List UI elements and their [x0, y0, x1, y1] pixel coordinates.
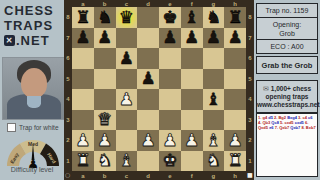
square-c5[interactable]: [116, 69, 138, 90]
square-a6[interactable]: [72, 48, 94, 69]
square-f6[interactable]: [181, 48, 203, 69]
square-e1[interactable]: ♚: [159, 151, 181, 172]
coord-label: d: [137, 171, 159, 180]
white-piece: ♝: [119, 152, 134, 169]
trap-for-white-label: Trap for white: [19, 124, 59, 131]
video-frame: CHESS TRAPS ✕ .NET Trap for white Easy M…: [0, 0, 320, 180]
square-a3[interactable]: [72, 110, 94, 131]
square-h7[interactable]: ♟: [224, 28, 246, 49]
black-piece: ♟: [184, 29, 199, 46]
black-piece: ♞: [97, 9, 112, 26]
square-b7[interactable]: ♟: [94, 28, 116, 49]
square-g1[interactable]: ♞: [203, 151, 225, 172]
coord-label: h: [224, 0, 246, 7]
square-d4[interactable]: [137, 89, 159, 110]
square-b5[interactable]: [94, 69, 116, 90]
trap-for-white-option[interactable]: Trap for white: [7, 123, 59, 132]
file-labels-top: abcdefgh: [72, 0, 246, 7]
white-piece: ♚: [162, 152, 177, 169]
coord-label: d: [137, 0, 159, 7]
trap-number-box: Trap no. 1159: [256, 3, 318, 18]
square-a1[interactable]: ♜: [72, 151, 94, 172]
square-f2[interactable]: ♟: [181, 130, 203, 151]
coord-label: 8: [64, 7, 72, 28]
white-piece: ♟: [184, 132, 199, 149]
coord-label: 6: [246, 48, 254, 69]
square-f8[interactable]: ♝: [181, 7, 203, 28]
promo-line-1: 1,000+ chess: [271, 85, 311, 93]
black-piece: ♚: [162, 9, 177, 26]
square-h1[interactable]: ♜: [224, 151, 246, 172]
square-d8[interactable]: [137, 7, 159, 28]
black-piece: ♜: [228, 9, 243, 26]
square-d2[interactable]: ♟: [137, 130, 159, 151]
coord-label: e: [159, 171, 181, 180]
promo-line-2: opening traps: [257, 93, 317, 101]
white-piece: ♞: [206, 152, 221, 169]
square-g3[interactable]: [203, 110, 225, 131]
coord-label: c: [116, 171, 138, 180]
coord-label: 5: [64, 69, 72, 90]
square-a8[interactable]: ♜: [72, 7, 94, 28]
coord-label: h: [224, 171, 246, 180]
white-piece: ♟: [141, 132, 156, 149]
coord-label: g: [203, 171, 225, 180]
square-f3[interactable]: [181, 110, 203, 131]
coord-label: 2: [246, 130, 254, 151]
square-h2[interactable]: ♟: [224, 130, 246, 151]
coord-label: e: [159, 0, 181, 7]
coord-label: f: [181, 171, 203, 180]
square-d3[interactable]: [137, 110, 159, 131]
black-piece: ♟: [119, 50, 134, 67]
promo-box: ✉ 1,000+ chess opening traps www.chesstr…: [256, 80, 318, 113]
coord-label: 1: [64, 151, 72, 172]
white-piece: ♟: [75, 132, 90, 149]
square-b4[interactable]: [94, 89, 116, 110]
eco-code: ECO : A00: [257, 43, 317, 50]
file-labels-bottom: abcdefgh: [72, 171, 246, 180]
black-piece: ♟: [141, 70, 156, 87]
black-piece: ♝: [206, 91, 221, 108]
square-g2[interactable]: ♝: [203, 130, 225, 151]
presenter-face: [21, 68, 47, 98]
square-e4[interactable]: [159, 89, 181, 110]
square-h4[interactable]: [224, 89, 246, 110]
square-d5[interactable]: ♟: [137, 69, 159, 90]
white-piece: ♟: [228, 132, 243, 149]
square-c8[interactable]: ♛: [116, 7, 138, 28]
black-piece: ♛: [119, 9, 134, 26]
coord-label: 5: [246, 69, 254, 90]
presenter-photo: [2, 57, 65, 120]
black-piece: ♟: [75, 29, 90, 46]
trap-number: Trap no. 1159: [257, 7, 317, 14]
move-list-box[interactable]: 1. g4 d5 2. Bg2 Bxg4 3. c4 c6 4. Qb3 Qc8…: [256, 113, 318, 177]
square-e3[interactable]: [159, 110, 181, 131]
square-c4[interactable]: ♟: [116, 89, 138, 110]
square-a7[interactable]: ♟: [72, 28, 94, 49]
square-c1[interactable]: ♝: [116, 151, 138, 172]
presenter-collar: [27, 96, 41, 108]
coord-label: 4: [246, 89, 254, 110]
rank-labels-right: 87654321: [246, 7, 254, 171]
crossed-square-icon: ✕: [4, 35, 15, 46]
trap-title-box: Grab the Grob: [256, 56, 318, 74]
square-b6[interactable]: [94, 48, 116, 69]
white-piece: ♟: [162, 132, 177, 149]
square-c7[interactable]: [116, 28, 138, 49]
coord-label: a: [72, 171, 94, 180]
coord-label: a: [72, 0, 94, 7]
coord-label: c: [116, 0, 138, 7]
white-piece: ♜: [228, 152, 243, 169]
move-list: 1. g4 d5 2. Bg2 Bxg4 3. c4 c6 4. Qb3 Qc8…: [258, 115, 316, 130]
black-piece: ♞: [206, 9, 221, 26]
board-corner-circle-mark: ○: [65, 172, 70, 178]
white-piece: ♟: [97, 132, 112, 149]
difficulty-gauge: Easy Med Hard ♟: [3, 136, 63, 168]
coord-label: 8: [246, 7, 254, 28]
coord-label: b: [94, 171, 116, 180]
coord-label: 4: [64, 89, 72, 110]
opening-box: Opening: Grob: [256, 17, 318, 40]
square-g8[interactable]: ♞: [203, 7, 225, 28]
sidebar: CHESS TRAPS ✕ .NET Trap for white Easy M…: [0, 0, 64, 180]
white-piece: ♞: [97, 152, 112, 169]
eco-box: ECO : A00: [256, 39, 318, 54]
square-b1[interactable]: ♞: [94, 151, 116, 172]
coord-label: 6: [64, 48, 72, 69]
square-h3[interactable]: [224, 110, 246, 131]
square-c2[interactable]: [116, 130, 138, 151]
square-f7[interactable]: ♟: [181, 28, 203, 49]
square-d1[interactable]: [137, 151, 159, 172]
opening-label: Opening:: [257, 20, 317, 29]
black-piece: ♟: [206, 29, 221, 46]
site-logo: CHESS TRAPS ✕ .NET: [4, 3, 62, 48]
square-h6[interactable]: [224, 48, 246, 69]
black-piece: ♜: [75, 9, 90, 26]
coord-label: 7: [246, 28, 254, 49]
opening-name: Grob: [257, 29, 317, 38]
board-corner-square-mark: ■: [247, 172, 253, 178]
square-e6[interactable]: [159, 48, 181, 69]
square-d6[interactable]: [137, 48, 159, 69]
logo-line-3: .NET: [16, 33, 50, 48]
coord-label: 3: [246, 110, 254, 131]
promo-url: www.chesstraps.net: [257, 101, 317, 109]
coord-label: 7: [64, 28, 72, 49]
square-e5[interactable]: [159, 69, 181, 90]
square-b2[interactable]: ♟: [94, 130, 116, 151]
rank-labels-left: 87654321: [64, 7, 72, 171]
white-piece: ♛: [97, 111, 112, 128]
coord-label: f: [181, 0, 203, 7]
square-e7[interactable]: ♟: [159, 28, 181, 49]
black-piece: ♟: [97, 29, 112, 46]
square-c6[interactable]: ♟: [116, 48, 138, 69]
coord-label: 3: [64, 110, 72, 131]
envelope-icon: ✉: [263, 85, 269, 93]
square-a2[interactable]: ♟: [72, 130, 94, 151]
square-c3[interactable]: [116, 110, 138, 131]
square-g5[interactable]: [203, 69, 225, 90]
white-piece: ♜: [75, 152, 90, 169]
square-g6[interactable]: [203, 48, 225, 69]
black-piece: ♟: [228, 29, 243, 46]
square-f4[interactable]: [181, 89, 203, 110]
square-a4[interactable]: [72, 89, 94, 110]
coord-label: g: [203, 0, 225, 7]
black-piece: ♝: [184, 9, 199, 26]
square-h5[interactable]: [224, 69, 246, 90]
square-a5[interactable]: [72, 69, 94, 90]
coord-label: 2: [64, 130, 72, 151]
chess-board: abcdefgh abcdefgh 87654321 87654321 ♜♞♛♚…: [64, 0, 254, 180]
square-h8[interactable]: ♜: [224, 7, 246, 28]
square-e2[interactable]: ♟: [159, 130, 181, 151]
square-f1[interactable]: [181, 151, 203, 172]
black-piece: ♟: [162, 29, 177, 46]
white-piece: ♝: [206, 132, 221, 149]
square-d7[interactable]: [137, 28, 159, 49]
coord-label: 1: [246, 151, 254, 172]
coord-label: b: [94, 0, 116, 7]
trap-for-white-checkbox[interactable]: [7, 123, 16, 132]
logo-line-2: TRAPS: [4, 18, 62, 33]
square-g7[interactable]: ♟: [203, 28, 225, 49]
square-b3[interactable]: ♛: [94, 110, 116, 131]
logo-line-1: CHESS: [4, 3, 62, 18]
square-e8[interactable]: ♚: [159, 7, 181, 28]
white-piece: ♟: [119, 91, 134, 108]
info-panel: Trap no. 1159 Opening: Grob ECO : A00 Gr…: [254, 0, 320, 180]
board-squares: ♜♞♛♚♝♞♜♟♟♟♟♟♟♟♟♟♝♛♟♟♟♟♟♝♟♜♞♝♚♞♜: [72, 7, 246, 171]
trap-title: Grab the Grob: [257, 61, 317, 70]
difficulty-label: Difficulty level: [0, 166, 64, 173]
square-b8[interactable]: ♞: [94, 7, 116, 28]
square-g4[interactable]: ♝: [203, 89, 225, 110]
square-f5[interactable]: [181, 69, 203, 90]
